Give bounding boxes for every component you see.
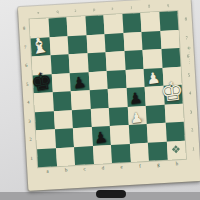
- vinyl-chess-mat: ❖ ®······ aabbccddeeffgghh88776655443322…: [18, 0, 200, 191]
- square-g4: [145, 86, 165, 106]
- square-f1: [129, 142, 149, 162]
- square-c6: [69, 53, 89, 73]
- square-b4: [52, 91, 72, 111]
- square-b5: [51, 73, 71, 93]
- file-label-bottom-d: d: [94, 165, 113, 171]
- file-label-bottom-b: b: [57, 167, 76, 173]
- file-label-bottom-e: e: [112, 164, 131, 170]
- rank-label-right-6: 6: [183, 47, 192, 66]
- square-a4: [34, 92, 54, 112]
- square-h3: [164, 103, 184, 123]
- square-g8: [140, 12, 160, 32]
- square-e4: [108, 88, 128, 108]
- piece-shadow: [95, 139, 107, 144]
- rank-label-left-2: 2: [26, 130, 35, 149]
- rank-label-left-1: 1: [27, 149, 36, 168]
- square-a8: [30, 18, 50, 38]
- rank-label-left-5: 5: [23, 75, 32, 94]
- dark-object-on-table: [96, 190, 126, 198]
- square-a3: [35, 111, 55, 131]
- photo-background: ❖ ®······ aabbccddeeffgghh88776655443322…: [0, 0, 200, 200]
- square-b7: [49, 36, 69, 56]
- square-g7: [141, 30, 161, 50]
- square-c3: [72, 109, 92, 129]
- square-h8: [159, 11, 179, 31]
- square-b3: [53, 110, 73, 130]
- square-g2: [147, 123, 167, 143]
- square-h6: [161, 48, 181, 68]
- square-f5: [125, 68, 145, 88]
- file-label-bottom-a: a: [38, 168, 57, 174]
- square-b6: [50, 54, 70, 74]
- square-e3: [109, 106, 129, 126]
- file-label-top-f: f: [121, 5, 140, 10]
- square-c2: [73, 127, 93, 147]
- file-label-bottom-c: c: [75, 166, 94, 172]
- square-c4: [71, 90, 91, 110]
- rank-label-right-8: 8: [181, 10, 190, 29]
- rank-label-right-1: 1: [189, 140, 198, 159]
- square-a6: [32, 55, 52, 75]
- rank-label-left-4: 4: [24, 93, 33, 112]
- rank-label-right-3: 3: [187, 103, 196, 122]
- rank-label-left-6: 6: [22, 57, 31, 76]
- file-label-top-g: g: [140, 4, 159, 9]
- rank-label-right-2: 2: [188, 121, 197, 140]
- square-h7: [160, 29, 180, 49]
- square-d5: [88, 71, 108, 91]
- file-label-top-e: e: [103, 6, 122, 11]
- square-f2: [128, 124, 148, 144]
- square-e8: [103, 14, 123, 34]
- square-b1: [56, 147, 76, 167]
- square-f8: [122, 13, 142, 33]
- rank-label-left-8: 8: [20, 20, 29, 39]
- square-g3: [146, 104, 166, 124]
- chess-board: [30, 11, 186, 167]
- square-d8: [85, 15, 105, 35]
- rank-label-right-4: 4: [186, 84, 195, 103]
- square-c8: [67, 16, 87, 36]
- square-h2: [165, 122, 185, 142]
- square-b8: [48, 17, 68, 37]
- square-a1: [37, 148, 57, 168]
- file-label-bottom-g: g: [149, 162, 168, 168]
- square-d1: [92, 145, 112, 165]
- file-label-bottom-f: f: [131, 163, 150, 169]
- file-label-top-h: h: [158, 3, 177, 8]
- file-label-bottom-h: h: [167, 161, 186, 167]
- square-d3: [90, 108, 110, 128]
- brand-diamond-logo: ❖: [166, 140, 186, 160]
- piece-shadow: [130, 100, 142, 105]
- square-e2: [110, 125, 130, 145]
- square-e7: [105, 33, 125, 53]
- square-e1: [111, 143, 131, 163]
- rank-label-right-5: 5: [185, 66, 194, 85]
- square-h5: [162, 66, 182, 86]
- square-a2: [36, 129, 56, 149]
- square-f7: [123, 32, 143, 52]
- file-label-top-a: a: [29, 10, 48, 15]
- file-label-top-c: c: [66, 8, 85, 13]
- rank-label-right-7: 7: [182, 29, 191, 48]
- file-label-top-d: d: [85, 7, 104, 12]
- square-g6: [143, 49, 163, 69]
- rank-label-left-7: 7: [21, 38, 30, 57]
- file-label-top-b: b: [48, 9, 67, 14]
- square-e6: [106, 51, 126, 71]
- square-g1: [148, 141, 168, 161]
- square-b2: [54, 128, 74, 148]
- square-d6: [87, 52, 107, 72]
- square-d4: [89, 89, 109, 109]
- square-f6: [124, 50, 144, 70]
- rank-label-left-3: 3: [25, 112, 34, 131]
- square-d7: [86, 34, 106, 54]
- square-c7: [68, 35, 88, 55]
- square-c1: [74, 146, 94, 166]
- piece-shadow: [167, 98, 179, 103]
- square-e5: [107, 70, 127, 90]
